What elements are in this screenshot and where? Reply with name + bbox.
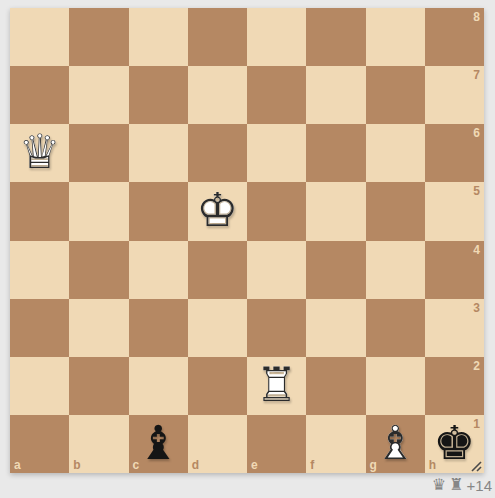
rank-label-7: 7: [473, 68, 480, 82]
square-f3[interactable]: [306, 299, 365, 357]
square-h8[interactable]: 8: [425, 8, 484, 66]
square-b3[interactable]: [69, 299, 128, 357]
square-c8[interactable]: [129, 8, 188, 66]
black-bishop[interactable]: ♝: [129, 415, 188, 473]
material-advantage-value: +14: [467, 477, 492, 494]
square-c1[interactable]: c♝: [129, 415, 188, 473]
board-resize-handle-icon[interactable]: [470, 459, 483, 472]
file-label-d: d: [192, 458, 199, 472]
square-a8[interactable]: [10, 8, 69, 66]
square-h6[interactable]: 6: [425, 124, 484, 182]
page: 87♛♕6♚♔543♜♖2abc♝defg♝♗1h♚ ♛ ♜ +14: [0, 0, 495, 498]
square-f5[interactable]: [306, 182, 365, 240]
square-f1[interactable]: f: [306, 415, 365, 473]
square-b7[interactable]: [69, 66, 128, 124]
square-d7[interactable]: [188, 66, 247, 124]
square-e5[interactable]: [247, 182, 306, 240]
square-b1[interactable]: b: [69, 415, 128, 473]
square-g3[interactable]: [366, 299, 425, 357]
square-d8[interactable]: [188, 8, 247, 66]
square-e2[interactable]: ♜♖: [247, 357, 306, 415]
square-h4[interactable]: 4: [425, 241, 484, 299]
file-label-a: a: [14, 458, 21, 472]
square-a5[interactable]: [10, 182, 69, 240]
square-a3[interactable]: [10, 299, 69, 357]
file-label-f: f: [310, 458, 314, 472]
square-g5[interactable]: [366, 182, 425, 240]
white-king-glyph-outline: ♔: [196, 186, 238, 233]
square-c7[interactable]: [129, 66, 188, 124]
white-queen[interactable]: ♛♕: [10, 124, 69, 182]
material-advantage: ♛ ♜ +14: [432, 474, 492, 496]
square-e8[interactable]: [247, 8, 306, 66]
square-c5[interactable]: [129, 182, 188, 240]
square-a2[interactable]: [10, 357, 69, 415]
rank-label-2: 2: [473, 359, 480, 373]
square-e3[interactable]: [247, 299, 306, 357]
square-f8[interactable]: [306, 8, 365, 66]
square-g1[interactable]: g♝♗: [366, 415, 425, 473]
white-queen-glyph-outline: ♕: [19, 128, 61, 175]
square-e4[interactable]: [247, 241, 306, 299]
square-f4[interactable]: [306, 241, 365, 299]
white-bishop-glyph-outline: ♗: [374, 419, 416, 466]
square-d4[interactable]: [188, 241, 247, 299]
square-h5[interactable]: 5: [425, 182, 484, 240]
square-f2[interactable]: [306, 357, 365, 415]
white-king[interactable]: ♚♔: [188, 182, 247, 240]
rank-label-8: 8: [473, 10, 480, 24]
queen-icon: ♛: [432, 477, 446, 493]
square-h7[interactable]: 7: [425, 66, 484, 124]
square-d5[interactable]: ♚♔: [188, 182, 247, 240]
square-b6[interactable]: [69, 124, 128, 182]
white-rook-glyph-outline: ♖: [256, 360, 298, 407]
square-b5[interactable]: [69, 182, 128, 240]
square-g2[interactable]: [366, 357, 425, 415]
rank-label-3: 3: [473, 301, 480, 315]
rook-icon: ♜: [449, 477, 463, 493]
square-c4[interactable]: [129, 241, 188, 299]
rank-label-4: 4: [473, 243, 480, 257]
square-d3[interactable]: [188, 299, 247, 357]
square-h3[interactable]: 3: [425, 299, 484, 357]
square-g8[interactable]: [366, 8, 425, 66]
square-a1[interactable]: a: [10, 415, 69, 473]
square-c2[interactable]: [129, 357, 188, 415]
white-rook[interactable]: ♜♖: [247, 357, 306, 415]
square-d2[interactable]: [188, 357, 247, 415]
square-e7[interactable]: [247, 66, 306, 124]
square-a4[interactable]: [10, 241, 69, 299]
square-a7[interactable]: [10, 66, 69, 124]
black-bishop-glyph: ♝: [137, 419, 179, 466]
square-d6[interactable]: [188, 124, 247, 182]
square-d1[interactable]: d: [188, 415, 247, 473]
square-c6[interactable]: [129, 124, 188, 182]
square-b8[interactable]: [69, 8, 128, 66]
file-label-e: e: [251, 458, 258, 472]
rank-label-6: 6: [473, 126, 480, 140]
square-e6[interactable]: [247, 124, 306, 182]
square-g6[interactable]: [366, 124, 425, 182]
square-a6[interactable]: ♛♕: [10, 124, 69, 182]
white-bishop[interactable]: ♝♗: [366, 415, 425, 473]
rank-label-5: 5: [473, 184, 480, 198]
square-b2[interactable]: [69, 357, 128, 415]
square-b4[interactable]: [69, 241, 128, 299]
chess-board: 87♛♕6♚♔543♜♖2abc♝defg♝♗1h♚: [10, 8, 484, 473]
square-g7[interactable]: [366, 66, 425, 124]
square-c3[interactable]: [129, 299, 188, 357]
square-g4[interactable]: [366, 241, 425, 299]
file-label-b: b: [73, 458, 80, 472]
square-f7[interactable]: [306, 66, 365, 124]
square-e1[interactable]: e: [247, 415, 306, 473]
square-h2[interactable]: 2: [425, 357, 484, 415]
square-f6[interactable]: [306, 124, 365, 182]
